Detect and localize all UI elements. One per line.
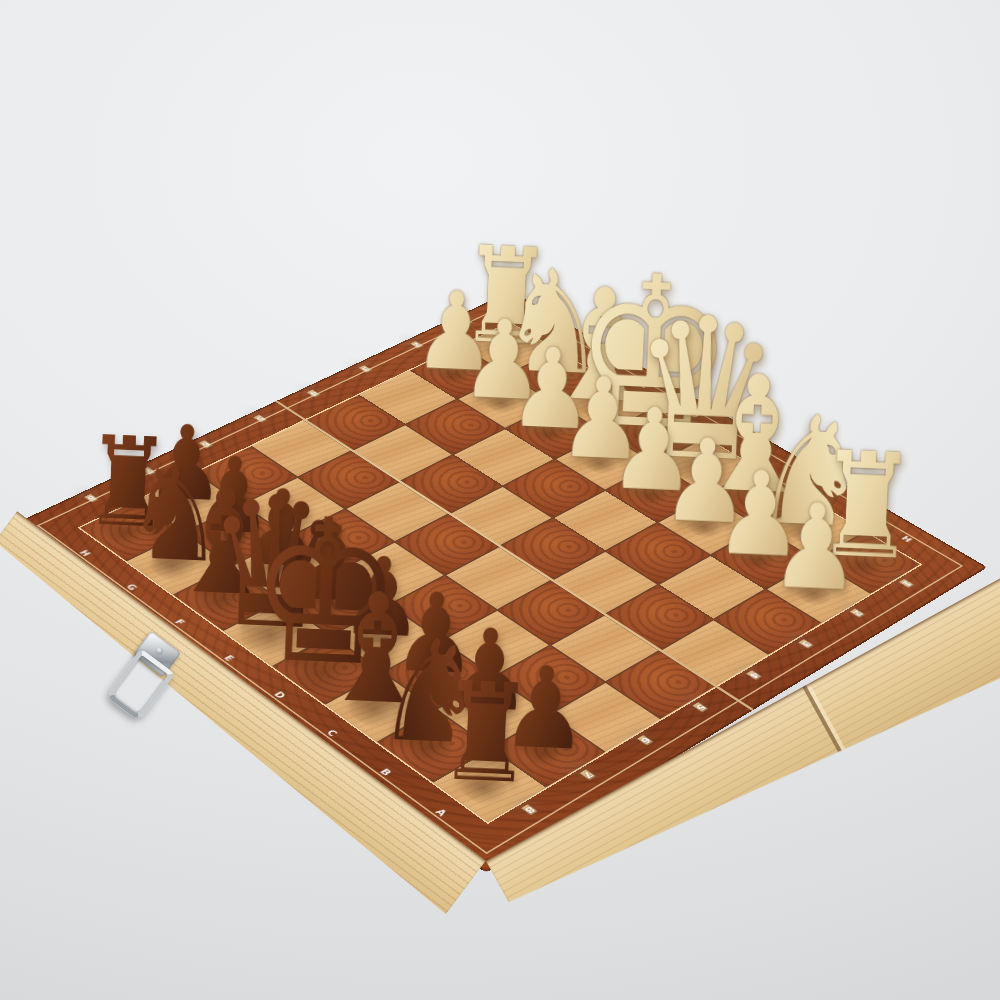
edge-label-B: B bbox=[377, 767, 394, 778]
product-photo-scene: ♜♞♝♚♛♝♞♜♟♟♟♟♟♟♟♟♟♟♟♟♟♟♟♟♜♞♝♛♚♝♞♜ AH11BG2… bbox=[0, 0, 1000, 1000]
edge-label-3: 3 bbox=[359, 365, 372, 372]
square-c4[interactable] bbox=[553, 551, 657, 613]
edge-label-2: 2 bbox=[850, 609, 865, 618]
edge-label-D: D bbox=[271, 690, 288, 700]
edge-label-8: 8 bbox=[522, 804, 538, 815]
board-perspective-wrapper: ♜♞♝♚♛♝♞♜♟♟♟♟♟♟♟♟♟♟♟♟♟♟♟♟♜♞♝♛♚♝♞♜ AH11BG2… bbox=[140, 186, 859, 905]
edge-label-F: F bbox=[172, 618, 187, 627]
square-a4[interactable] bbox=[662, 620, 769, 686]
edge-label-5: 5 bbox=[693, 702, 709, 712]
edge-label-G: G bbox=[123, 582, 139, 591]
edge-label-C: C bbox=[324, 728, 340, 738]
edge-label-1: 1 bbox=[899, 579, 914, 588]
edge-label-E: E bbox=[221, 654, 237, 663]
edge-label-7: 7 bbox=[580, 769, 596, 780]
board-tilt-wrapper: ♜♞♝♚♛♝♞♜♟♟♟♟♟♟♟♟♟♟♟♟♟♟♟♟♜♞♝♛♚♝♞♜ AH11BG2… bbox=[0, 0, 1000, 1000]
edge-label-3: 3 bbox=[799, 639, 814, 648]
chess-board: ♜♞♝♚♛♝♞♜♟♟♟♟♟♟♟♟♟♟♟♟♟♟♟♟♜♞♝♛♚♝♞♜ AH11BG2… bbox=[13, 291, 988, 873]
edge-label-4: 4 bbox=[747, 670, 762, 680]
light-pawn-a2[interactable]: ♟ bbox=[763, 484, 868, 606]
edge-label-A: A bbox=[432, 807, 449, 818]
square-a8[interactable]: ♜ bbox=[433, 749, 546, 822]
edge-label-H: H bbox=[77, 549, 93, 558]
edge-label-5: 5 bbox=[254, 415, 268, 423]
edge-label-6: 6 bbox=[637, 735, 653, 745]
edge-label-4: 4 bbox=[307, 390, 320, 398]
square-a2[interactable]: ♟ bbox=[767, 561, 871, 623]
dark-rook-a8[interactable]: ♜ bbox=[430, 661, 542, 801]
